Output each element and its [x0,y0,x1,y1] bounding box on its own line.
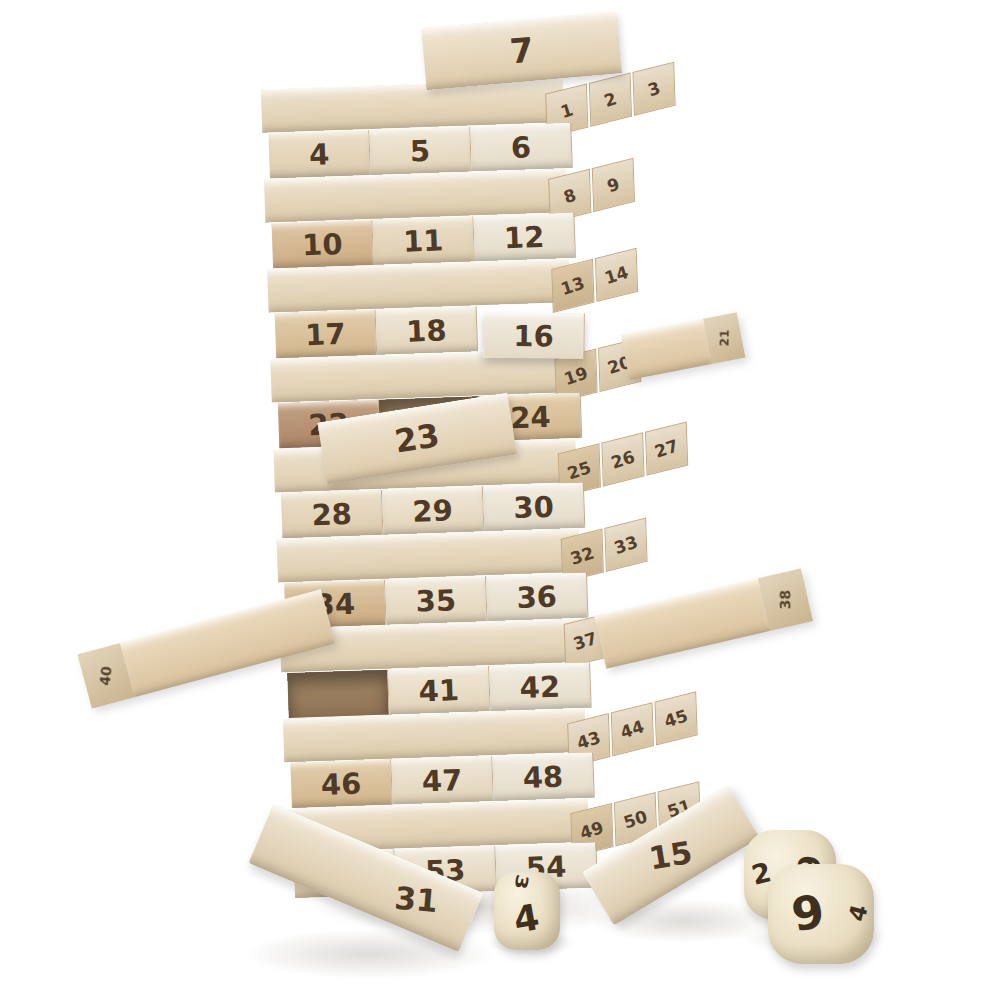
block-44-number: 44 [618,716,647,742]
block-47-number: 47 [421,763,463,798]
block-18-number: 18 [406,313,448,348]
die-center-top-face: 3 [511,873,532,891]
block-8-number: 8 [561,185,578,208]
die-right-front: 9 4 [768,864,874,964]
die-front-right-face: 4 [843,902,872,924]
block-35: 35 [385,576,488,624]
block-2-number: 2 [602,88,619,111]
block-12-number: 12 [503,219,545,254]
block-37-number: 37 [571,628,600,654]
block-27-number: 27 [652,435,681,461]
block-16: 16 [483,313,584,359]
block-11: 11 [372,216,475,264]
block-17: 17 [275,310,378,358]
block-16-number: 16 [513,319,554,353]
empty-slot [287,670,390,718]
block-32-number: 32 [568,542,597,568]
block-6: 6 [470,123,573,171]
block-10: 10 [272,220,375,268]
block-46-number: 46 [320,766,362,801]
block-11-number: 11 [402,223,444,258]
block-4: 4 [268,130,371,178]
block-24-number: 24 [510,399,552,434]
die-center: 3 4 [494,872,560,950]
block-26-number: 26 [609,446,638,472]
block-49-number: 49 [578,817,607,843]
block-4-number: 4 [308,137,329,172]
block-end-33: 33 [604,518,647,572]
block-46: 46 [290,760,393,808]
block-41-number: 41 [418,673,460,708]
block-36-number: 36 [516,579,558,614]
block-12: 12 [473,213,576,261]
block-6-number: 6 [510,130,531,165]
block-tower: 7 21 23 38 40 12345689101112131417181619… [0,0,1001,1001]
block-43-number: 43 [574,727,603,753]
block-end-14: 14 [595,248,638,302]
block-41: 41 [388,666,491,714]
block-48: 48 [492,752,595,800]
block-31-number: 31 [393,879,439,919]
block-40-number: 40 [97,665,115,686]
block-end-27: 27 [645,421,688,475]
block-7-number: 7 [508,30,535,72]
block-38-number: 38 [777,590,793,610]
block-42: 42 [489,663,592,711]
block-29: 29 [382,486,485,534]
block-29-number: 29 [412,493,454,528]
block-10-number: 10 [302,226,344,261]
block-17-number: 17 [305,316,347,351]
product-photo-scene: 7 21 23 38 40 12345689101112131417181619… [0,0,1001,1001]
block-9-number: 9 [605,174,622,197]
block-30-number: 30 [513,489,555,524]
block-13-number: 13 [559,273,588,299]
die-front-front-face: 9 [788,884,829,943]
block-end-26: 26 [601,432,644,486]
block-47: 47 [391,756,494,804]
block-28: 28 [281,490,384,538]
block-end-9: 9 [592,158,635,212]
block-end-44: 44 [611,702,654,756]
block-18: 18 [376,306,479,354]
die-center-front-face: 4 [511,896,543,941]
block-21-number: 21 [717,330,731,347]
block-end-3: 3 [632,62,675,116]
block-end-2: 2 [589,73,632,127]
block-30: 30 [483,483,586,531]
block-36: 36 [486,573,589,621]
block-25-number: 25 [565,457,594,483]
block-14-number: 14 [602,262,631,288]
block-42-number: 42 [519,669,561,704]
block-5-number: 5 [409,133,430,168]
block-5: 5 [369,126,472,174]
block-28-number: 28 [311,496,353,531]
block-35-number: 35 [415,583,457,618]
block-23-number: 23 [392,416,442,460]
block-3-number: 3 [645,77,662,100]
block-33-number: 33 [612,532,641,558]
block-45-number: 45 [662,705,691,731]
block-15-number: 15 [647,834,695,876]
block-end-45: 45 [654,691,697,745]
block-19-number: 19 [562,363,591,389]
block-50-number: 50 [621,806,650,832]
block-1-number: 1 [558,99,575,122]
block-48-number: 48 [522,759,564,794]
